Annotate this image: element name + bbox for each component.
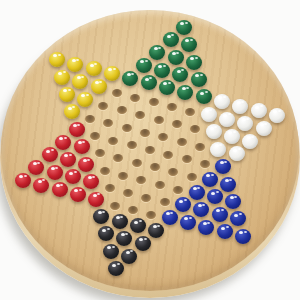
marble-red[interactable] <box>28 160 44 175</box>
marble-blue[interactable] <box>175 197 191 212</box>
marble-red[interactable] <box>52 182 68 197</box>
marble-blue[interactable] <box>189 185 205 200</box>
marble-red[interactable] <box>47 165 63 180</box>
marble-red[interactable] <box>83 174 99 189</box>
marble-blue[interactable] <box>162 210 178 225</box>
marble-green[interactable] <box>176 20 192 35</box>
marble-yellow[interactable] <box>77 92 93 107</box>
marble-blue[interactable] <box>212 207 228 222</box>
marble-black[interactable] <box>98 226 114 241</box>
marble-green[interactable] <box>163 32 179 47</box>
marble-red[interactable] <box>69 122 85 137</box>
marble-white[interactable] <box>214 94 230 109</box>
marble-green[interactable] <box>177 85 193 100</box>
marble-blue[interactable] <box>180 215 196 230</box>
marble-white[interactable] <box>256 121 272 136</box>
marble-yellow[interactable] <box>86 61 102 76</box>
marble-black[interactable] <box>112 214 128 229</box>
marble-white[interactable] <box>229 146 245 161</box>
marble-white[interactable] <box>269 108 285 123</box>
marble-green[interactable] <box>122 71 138 86</box>
marble-red[interactable] <box>33 178 49 193</box>
marble-green[interactable] <box>154 63 170 78</box>
marble-red[interactable] <box>70 187 86 202</box>
marble-red[interactable] <box>42 147 58 162</box>
marble-blue[interactable] <box>198 220 214 235</box>
marble-blue[interactable] <box>230 211 246 226</box>
marble-yellow[interactable] <box>54 70 70 85</box>
marble-blue[interactable] <box>220 177 236 192</box>
marble-red[interactable] <box>55 135 71 150</box>
marble-black[interactable] <box>116 231 132 246</box>
marble-blue[interactable] <box>225 194 241 209</box>
marble-yellow[interactable] <box>64 104 80 119</box>
marble-white[interactable] <box>206 124 222 139</box>
marble-green[interactable] <box>159 80 175 95</box>
marble-green[interactable] <box>141 75 157 90</box>
marble-green[interactable] <box>168 50 184 65</box>
marble-red[interactable] <box>78 157 94 172</box>
marble-white[interactable] <box>242 134 258 149</box>
marble-black[interactable] <box>148 223 164 238</box>
marbles-layer <box>0 0 300 300</box>
marble-black[interactable] <box>108 261 124 276</box>
marble-red[interactable] <box>60 152 76 167</box>
marble-green[interactable] <box>149 45 165 60</box>
marble-white[interactable] <box>201 107 217 122</box>
marble-white[interactable] <box>210 142 226 157</box>
marble-black[interactable] <box>130 218 146 233</box>
marble-green[interactable] <box>196 89 212 104</box>
marble-yellow[interactable] <box>91 79 107 94</box>
marble-white[interactable] <box>224 129 240 144</box>
marble-green[interactable] <box>181 37 197 52</box>
marble-black[interactable] <box>135 236 151 251</box>
marble-red[interactable] <box>74 139 90 154</box>
marble-yellow[interactable] <box>49 52 65 67</box>
marble-red[interactable] <box>65 169 81 184</box>
chinese-checkers-photo <box>0 0 300 300</box>
marble-white[interactable] <box>232 99 248 114</box>
marble-white[interactable] <box>237 116 253 131</box>
marble-blue[interactable] <box>207 189 223 204</box>
marble-blue[interactable] <box>215 159 231 174</box>
marble-blue[interactable] <box>217 224 233 239</box>
marble-red[interactable] <box>15 173 31 188</box>
marble-black[interactable] <box>121 249 137 264</box>
marble-green[interactable] <box>186 55 202 70</box>
marble-white[interactable] <box>251 103 267 118</box>
marble-green[interactable] <box>136 58 152 73</box>
marble-green[interactable] <box>191 72 207 87</box>
marble-black[interactable] <box>93 209 109 224</box>
marble-red[interactable] <box>88 192 104 207</box>
marble-black[interactable] <box>103 244 119 259</box>
marble-yellow[interactable] <box>67 57 83 72</box>
marble-blue[interactable] <box>202 172 218 187</box>
marble-white[interactable] <box>219 112 235 127</box>
marble-yellow[interactable] <box>72 74 88 89</box>
marble-yellow[interactable] <box>104 66 120 81</box>
marble-green[interactable] <box>172 67 188 82</box>
marble-yellow[interactable] <box>59 87 75 102</box>
marble-blue[interactable] <box>193 202 209 217</box>
marble-blue[interactable] <box>235 229 251 244</box>
